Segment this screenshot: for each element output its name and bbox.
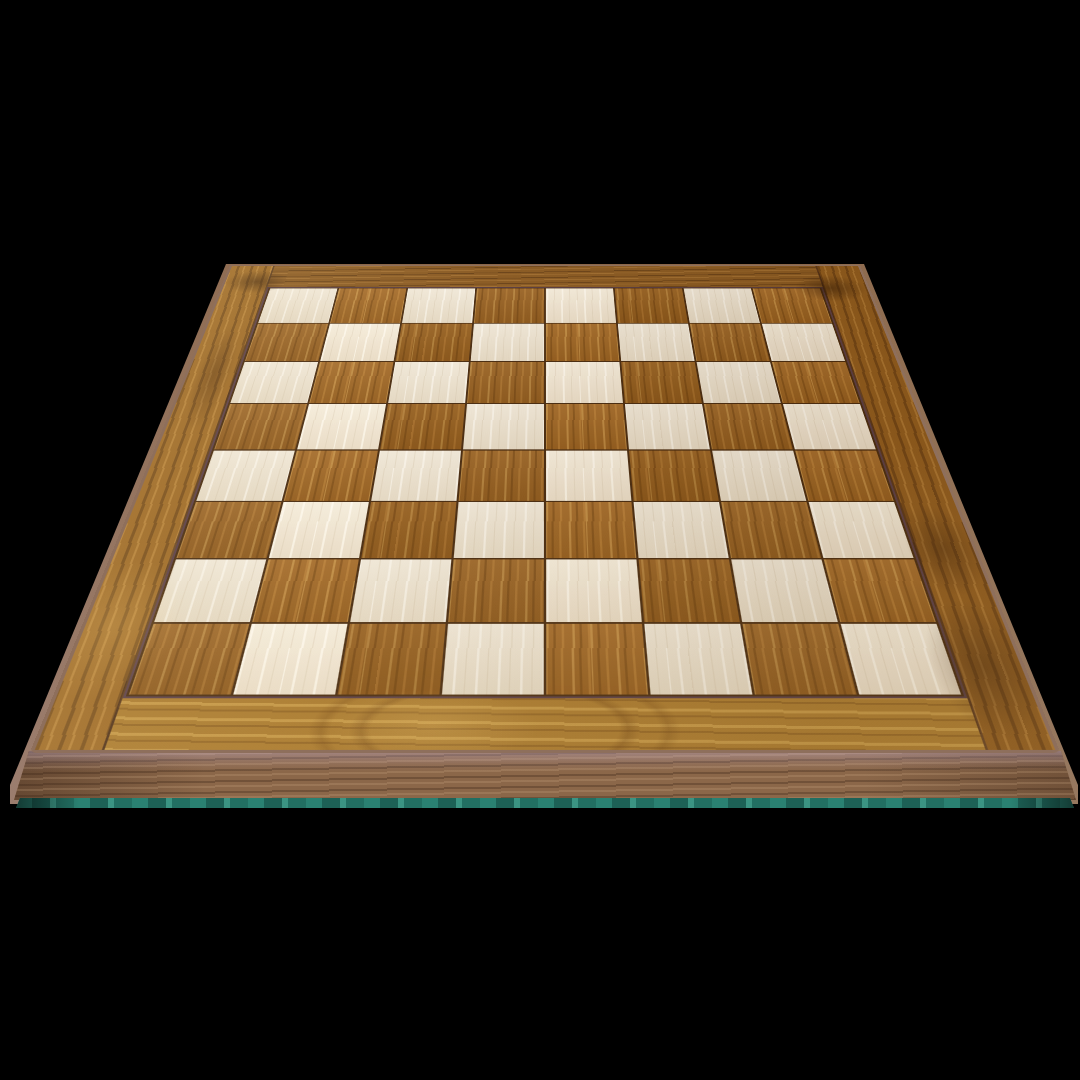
square-a1[interactable] [129, 624, 249, 695]
square-e1[interactable] [546, 624, 648, 695]
square-f5[interactable] [625, 404, 710, 449]
square-d1[interactable] [442, 624, 544, 695]
square-g4[interactable] [712, 451, 806, 501]
square-a4[interactable] [196, 451, 295, 501]
frame-rail-bottom [35, 698, 1056, 750]
square-b6[interactable] [309, 362, 393, 403]
square-b3[interactable] [269, 502, 369, 558]
square-c5[interactable] [380, 404, 465, 449]
square-b4[interactable] [284, 451, 378, 501]
square-d6[interactable] [467, 362, 544, 403]
square-d3[interactable] [454, 502, 544, 558]
square-h4[interactable] [795, 451, 894, 501]
square-e6[interactable] [546, 362, 623, 403]
square-c6[interactable] [388, 362, 469, 403]
square-d5[interactable] [463, 404, 544, 449]
square-e8[interactable] [546, 288, 616, 322]
square-c1[interactable] [338, 624, 446, 695]
square-a2[interactable] [154, 559, 266, 622]
square-e4[interactable] [546, 451, 631, 501]
square-h3[interactable] [809, 502, 914, 558]
square-a3[interactable] [176, 502, 281, 558]
board-perspective-scene [154, 59, 936, 841]
chessboard [30, 265, 1061, 753]
square-a5[interactable] [214, 404, 307, 449]
square-h2[interactable] [824, 559, 936, 622]
square-b8[interactable] [330, 288, 406, 322]
square-g1[interactable] [742, 624, 856, 695]
square-g3[interactable] [721, 502, 821, 558]
square-h6[interactable] [772, 362, 860, 403]
square-e7[interactable] [546, 324, 619, 361]
product-photo-stage [0, 0, 1080, 1080]
square-e5[interactable] [546, 404, 627, 449]
frame-rail-top [224, 266, 867, 287]
square-h5[interactable] [783, 404, 876, 449]
square-b2[interactable] [252, 559, 359, 622]
square-b1[interactable] [233, 624, 347, 695]
square-b5[interactable] [297, 404, 386, 449]
playing-field [123, 287, 968, 698]
square-d2[interactable] [448, 559, 544, 622]
square-g6[interactable] [697, 362, 781, 403]
square-f1[interactable] [644, 624, 752, 695]
square-d8[interactable] [474, 288, 544, 322]
square-d4[interactable] [459, 451, 544, 501]
square-c7[interactable] [395, 324, 472, 361]
square-e2[interactable] [546, 559, 642, 622]
square-f7[interactable] [618, 324, 695, 361]
square-f2[interactable] [639, 559, 740, 622]
square-d7[interactable] [471, 324, 544, 361]
square-c8[interactable] [402, 288, 475, 322]
square-c2[interactable] [350, 559, 451, 622]
square-e3[interactable] [546, 502, 636, 558]
square-h7[interactable] [762, 324, 845, 361]
square-b7[interactable] [320, 324, 400, 361]
square-a6[interactable] [230, 362, 318, 403]
square-a7[interactable] [245, 324, 328, 361]
square-g7[interactable] [690, 324, 770, 361]
square-f4[interactable] [629, 451, 719, 501]
square-a8[interactable] [258, 288, 337, 322]
square-c4[interactable] [371, 451, 461, 501]
square-g8[interactable] [684, 288, 760, 322]
square-f6[interactable] [621, 362, 702, 403]
square-c3[interactable] [361, 502, 456, 558]
square-g2[interactable] [731, 559, 838, 622]
square-f8[interactable] [615, 288, 688, 322]
square-h1[interactable] [841, 624, 961, 695]
square-g5[interactable] [704, 404, 793, 449]
square-h8[interactable] [753, 288, 832, 322]
square-f3[interactable] [634, 502, 729, 558]
